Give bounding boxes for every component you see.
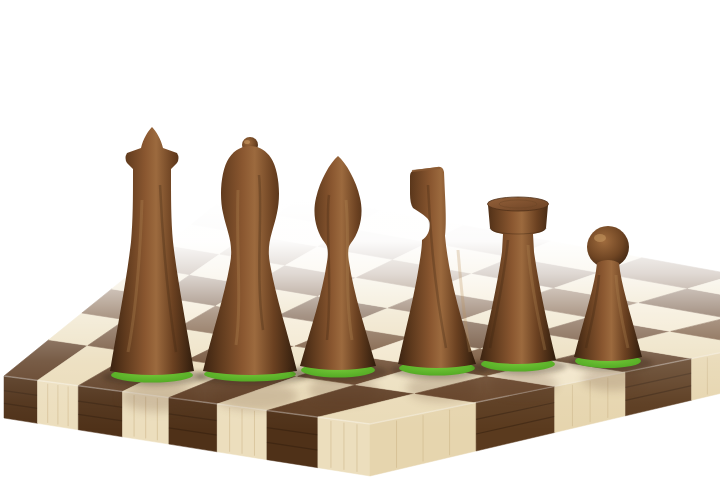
- king-reflection: [120, 382, 196, 412]
- photo-scene: [0, 0, 720, 480]
- queen-ball-highlight: [244, 140, 250, 144]
- chess-set-product-photo: [0, 0, 720, 480]
- queen-reflection: [214, 381, 298, 411]
- pawn-ball-highlight: [594, 234, 606, 242]
- rook-cap-top: [488, 197, 549, 211]
